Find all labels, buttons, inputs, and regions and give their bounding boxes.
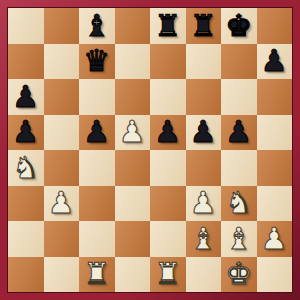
square-f7[interactable]	[186, 44, 222, 80]
black-pawn-piece[interactable]: ♟	[83, 117, 110, 147]
white-rook-piece[interactable]: ♜	[154, 259, 181, 289]
square-g4[interactable]	[221, 150, 257, 186]
square-e8[interactable]: ♜	[150, 8, 186, 44]
black-pawn-piece[interactable]: ♟	[261, 46, 288, 76]
square-b7[interactable]	[44, 44, 80, 80]
square-g7[interactable]	[221, 44, 257, 80]
white-pawn-piece[interactable]: ♟	[119, 117, 146, 147]
square-h3[interactable]	[257, 186, 293, 222]
square-d8[interactable]	[115, 8, 151, 44]
square-a8[interactable]	[8, 8, 44, 44]
white-knight-piece[interactable]: ♞	[225, 188, 252, 218]
square-c3[interactable]	[79, 186, 115, 222]
square-b2[interactable]	[44, 221, 80, 257]
square-c8[interactable]: ♝	[79, 8, 115, 44]
square-c4[interactable]	[79, 150, 115, 186]
square-h4[interactable]	[257, 150, 293, 186]
square-c1[interactable]: ♜	[79, 257, 115, 293]
square-a5[interactable]: ♟	[8, 115, 44, 151]
white-bishop-piece[interactable]: ♝	[225, 224, 252, 254]
square-e6[interactable]	[150, 79, 186, 115]
square-e4[interactable]	[150, 150, 186, 186]
square-g6[interactable]	[221, 79, 257, 115]
square-h6[interactable]	[257, 79, 293, 115]
square-b1[interactable]	[44, 257, 80, 293]
square-d6[interactable]	[115, 79, 151, 115]
white-rook-piece[interactable]: ♜	[83, 259, 110, 289]
square-f2[interactable]: ♝	[186, 221, 222, 257]
black-rook-piece[interactable]: ♜	[190, 11, 217, 41]
square-g2[interactable]: ♝	[221, 221, 257, 257]
white-pawn-piece[interactable]: ♟	[190, 188, 217, 218]
square-b5[interactable]	[44, 115, 80, 151]
square-f1[interactable]	[186, 257, 222, 293]
black-queen-piece[interactable]: ♛	[83, 46, 110, 76]
square-c7[interactable]: ♛	[79, 44, 115, 80]
square-d5[interactable]: ♟	[115, 115, 151, 151]
square-e7[interactable]	[150, 44, 186, 80]
square-h2[interactable]: ♟	[257, 221, 293, 257]
white-pawn-piece[interactable]: ♟	[48, 188, 75, 218]
square-c2[interactable]	[79, 221, 115, 257]
square-h1[interactable]	[257, 257, 293, 293]
black-rook-piece[interactable]: ♜	[154, 11, 181, 41]
square-b8[interactable]	[44, 8, 80, 44]
square-f5[interactable]: ♟	[186, 115, 222, 151]
square-d4[interactable]	[115, 150, 151, 186]
square-e3[interactable]	[150, 186, 186, 222]
square-g3[interactable]: ♞	[221, 186, 257, 222]
white-knight-piece[interactable]: ♞	[12, 153, 39, 183]
square-b3[interactable]: ♟	[44, 186, 80, 222]
square-c5[interactable]: ♟	[79, 115, 115, 151]
black-bishop-piece[interactable]: ♝	[83, 11, 110, 41]
square-a7[interactable]	[8, 44, 44, 80]
square-d1[interactable]	[115, 257, 151, 293]
square-e1[interactable]: ♜	[150, 257, 186, 293]
square-f8[interactable]: ♜	[186, 8, 222, 44]
chess-board: ♝♜♜♚♛♟♟♟♟♟♟♟♟♞♟♟♞♝♝♟♜♜♚	[8, 8, 292, 292]
square-d3[interactable]	[115, 186, 151, 222]
square-d7[interactable]	[115, 44, 151, 80]
white-king-piece[interactable]: ♚	[225, 259, 252, 289]
square-h5[interactable]	[257, 115, 293, 151]
square-g1[interactable]: ♚	[221, 257, 257, 293]
white-bishop-piece[interactable]: ♝	[190, 224, 217, 254]
board-frame: ♝♜♜♚♛♟♟♟♟♟♟♟♟♞♟♟♞♝♝♟♜♜♚	[0, 0, 300, 300]
square-a2[interactable]	[8, 221, 44, 257]
square-a3[interactable]	[8, 186, 44, 222]
square-f3[interactable]: ♟	[186, 186, 222, 222]
square-f4[interactable]	[186, 150, 222, 186]
square-h7[interactable]: ♟	[257, 44, 293, 80]
white-pawn-piece[interactable]: ♟	[261, 224, 288, 254]
square-g5[interactable]: ♟	[221, 115, 257, 151]
black-pawn-piece[interactable]: ♟	[12, 82, 39, 112]
black-pawn-piece[interactable]: ♟	[225, 117, 252, 147]
square-e5[interactable]: ♟	[150, 115, 186, 151]
square-g8[interactable]: ♚	[221, 8, 257, 44]
black-pawn-piece[interactable]: ♟	[12, 117, 39, 147]
square-h8[interactable]	[257, 8, 293, 44]
square-e2[interactable]	[150, 221, 186, 257]
square-b6[interactable]	[44, 79, 80, 115]
square-d2[interactable]	[115, 221, 151, 257]
black-king-piece[interactable]: ♚	[225, 11, 252, 41]
square-f6[interactable]	[186, 79, 222, 115]
square-b4[interactable]	[44, 150, 80, 186]
black-pawn-piece[interactable]: ♟	[154, 117, 181, 147]
square-a6[interactable]: ♟	[8, 79, 44, 115]
square-a4[interactable]: ♞	[8, 150, 44, 186]
square-a1[interactable]	[8, 257, 44, 293]
square-c6[interactable]	[79, 79, 115, 115]
black-pawn-piece[interactable]: ♟	[190, 117, 217, 147]
